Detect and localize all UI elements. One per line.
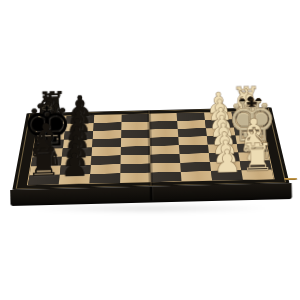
square-g1: ♞ (240, 161, 272, 171)
piece-bP-a7: ♟ (66, 92, 92, 121)
square-h6 (89, 173, 120, 183)
square-c4 (149, 129, 178, 138)
piece-bN-b8: ♞ (32, 88, 69, 130)
product-photo: ♜♟♟♜♞♟♟♞♝♟♟♝♛♟♟♛♚♟♟♚♝♟♟♝♞♟♟♞♜♟♟♜ (0, 0, 300, 300)
piece-wP-b2: ♟ (206, 96, 233, 126)
square-h2: ♟ (211, 170, 243, 180)
square-h7: ♟ (59, 174, 90, 184)
front-edge-seam (150, 186, 152, 200)
piece-wN-b1: ♞ (229, 84, 266, 126)
square-h4 (151, 172, 182, 182)
square-h1: ♜ (241, 170, 273, 180)
square-h5 (120, 173, 151, 183)
brass-clasp (284, 178, 297, 180)
piece-wR-a1: ♜ (230, 82, 262, 117)
square-g4 (150, 163, 180, 173)
square-c3 (178, 128, 207, 137)
piece-wP-a2: ♟ (205, 89, 231, 118)
square-e6 (91, 147, 121, 156)
square-d7: ♟ (63, 139, 93, 148)
square-g7: ♟ (60, 165, 91, 175)
board-frame: ♜♟♟♜♞♟♟♞♝♟♟♝♛♟♟♛♚♟♟♚♝♟♟♝♞♟♟♞♜♟♟♜ (16, 108, 286, 189)
square-f6 (91, 155, 121, 165)
chess-board: ♜♟♟♜♞♟♟♞♝♟♟♝♛♟♟♛♚♟♟♚♝♟♟♝♞♟♟♞♜♟♟♜ (12, 107, 289, 190)
square-f8: ♝ (31, 157, 62, 167)
piece-bR-a8: ♜ (36, 87, 68, 122)
square-h3 (181, 171, 212, 181)
square-h8: ♜ (28, 175, 60, 185)
square-d1: ♛ (235, 135, 265, 144)
piece-bP-b7: ♟ (65, 99, 92, 129)
